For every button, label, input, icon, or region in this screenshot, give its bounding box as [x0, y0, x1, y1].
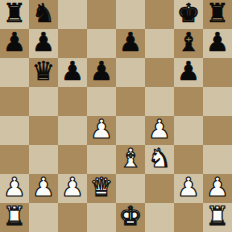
piece-white-pawn-a2[interactable]: ♟ [3, 174, 26, 202]
square-a5[interactable] [0, 87, 29, 116]
piece-black-rook-a8[interactable]: ♜ [3, 0, 26, 28]
square-b6[interactable]: ♛ [29, 58, 58, 87]
square-b1[interactable] [29, 203, 58, 232]
square-g6[interactable]: ♟ [174, 58, 203, 87]
square-d1[interactable] [87, 203, 116, 232]
square-e8[interactable] [116, 0, 145, 29]
square-f4[interactable]: ♟ [145, 116, 174, 145]
piece-white-pawn-h2[interactable]: ♟ [206, 174, 229, 202]
square-a8[interactable]: ♜ [0, 0, 29, 29]
piece-black-queen-b6[interactable]: ♛ [32, 58, 55, 86]
piece-black-bishop-g7[interactable]: ♝ [177, 29, 200, 57]
square-e5[interactable] [116, 87, 145, 116]
piece-black-pawn-e7[interactable]: ♟ [119, 29, 142, 57]
square-b8[interactable]: ♞ [29, 0, 58, 29]
square-d4[interactable]: ♟ [87, 116, 116, 145]
square-g7[interactable]: ♝ [174, 29, 203, 58]
square-b2[interactable]: ♟ [29, 174, 58, 203]
square-h6[interactable] [203, 58, 232, 87]
square-b5[interactable] [29, 87, 58, 116]
piece-white-king-e1[interactable]: ♚ [119, 203, 142, 231]
piece-black-pawn-b7[interactable]: ♟ [32, 29, 55, 57]
piece-white-pawn-f4[interactable]: ♟ [148, 116, 171, 144]
square-c5[interactable] [58, 87, 87, 116]
piece-black-rook-h8[interactable]: ♜ [206, 0, 229, 28]
square-b3[interactable] [29, 145, 58, 174]
piece-black-pawn-c6[interactable]: ♟ [61, 58, 84, 86]
square-h2[interactable]: ♟ [203, 174, 232, 203]
square-c1[interactable] [58, 203, 87, 232]
piece-white-queen-d2[interactable]: ♛ [90, 174, 113, 202]
square-e3[interactable]: ♝ [116, 145, 145, 174]
piece-black-knight-b8[interactable]: ♞ [32, 0, 55, 28]
piece-white-pawn-d4[interactable]: ♟ [90, 116, 113, 144]
square-h4[interactable] [203, 116, 232, 145]
square-g8[interactable]: ♚ [174, 0, 203, 29]
chess-board-container: ♜♞♚♜♟♟♟♝♟♛♟♟♟♟♟♝♞♟♟♟♛♟♟♜♚♜ [0, 0, 232, 232]
square-h3[interactable] [203, 145, 232, 174]
square-a4[interactable] [0, 116, 29, 145]
piece-black-pawn-g6[interactable]: ♟ [177, 58, 200, 86]
square-f5[interactable] [145, 87, 174, 116]
square-a7[interactable]: ♟ [0, 29, 29, 58]
square-c8[interactable] [58, 0, 87, 29]
square-g4[interactable] [174, 116, 203, 145]
square-d7[interactable] [87, 29, 116, 58]
square-d6[interactable]: ♟ [87, 58, 116, 87]
piece-black-pawn-a7[interactable]: ♟ [3, 29, 26, 57]
square-f1[interactable] [145, 203, 174, 232]
square-a6[interactable] [0, 58, 29, 87]
square-g3[interactable] [174, 145, 203, 174]
square-f8[interactable] [145, 0, 174, 29]
square-h7[interactable]: ♟ [203, 29, 232, 58]
square-h1[interactable]: ♜ [203, 203, 232, 232]
piece-black-pawn-h7[interactable]: ♟ [206, 29, 229, 57]
piece-white-rook-h1[interactable]: ♜ [206, 203, 229, 231]
piece-white-bishop-e3[interactable]: ♝ [119, 145, 142, 173]
square-g1[interactable] [174, 203, 203, 232]
piece-white-pawn-g2[interactable]: ♟ [177, 174, 200, 202]
square-d3[interactable] [87, 145, 116, 174]
square-a3[interactable] [0, 145, 29, 174]
piece-white-pawn-c2[interactable]: ♟ [61, 174, 84, 202]
square-f7[interactable] [145, 29, 174, 58]
piece-black-king-g8[interactable]: ♚ [177, 0, 200, 28]
square-e1[interactable]: ♚ [116, 203, 145, 232]
square-b4[interactable] [29, 116, 58, 145]
chess-board: ♜♞♚♜♟♟♟♝♟♛♟♟♟♟♟♝♞♟♟♟♛♟♟♜♚♜ [0, 0, 232, 232]
square-d2[interactable]: ♛ [87, 174, 116, 203]
piece-white-pawn-b2[interactable]: ♟ [32, 174, 55, 202]
square-f2[interactable] [145, 174, 174, 203]
square-c2[interactable]: ♟ [58, 174, 87, 203]
square-e4[interactable] [116, 116, 145, 145]
square-a2[interactable]: ♟ [0, 174, 29, 203]
piece-white-rook-a1[interactable]: ♜ [3, 203, 26, 231]
square-c3[interactable] [58, 145, 87, 174]
square-g5[interactable] [174, 87, 203, 116]
square-c4[interactable] [58, 116, 87, 145]
square-b7[interactable]: ♟ [29, 29, 58, 58]
square-a1[interactable]: ♜ [0, 203, 29, 232]
square-g2[interactable]: ♟ [174, 174, 203, 203]
square-d5[interactable] [87, 87, 116, 116]
square-f6[interactable] [145, 58, 174, 87]
square-c7[interactable] [58, 29, 87, 58]
piece-white-knight-f3[interactable]: ♞ [148, 145, 171, 173]
square-e6[interactable] [116, 58, 145, 87]
square-e7[interactable]: ♟ [116, 29, 145, 58]
square-h8[interactable]: ♜ [203, 0, 232, 29]
square-f3[interactable]: ♞ [145, 145, 174, 174]
piece-black-pawn-d6[interactable]: ♟ [90, 58, 113, 86]
square-d8[interactable] [87, 0, 116, 29]
square-c6[interactable]: ♟ [58, 58, 87, 87]
square-h5[interactable] [203, 87, 232, 116]
square-e2[interactable] [116, 174, 145, 203]
